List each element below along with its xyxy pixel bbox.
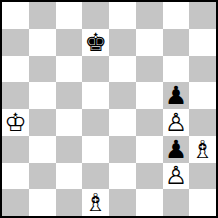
square-g4[interactable]: ♙ [163,109,190,136]
square-d8[interactable] [82,2,109,29]
square-h2[interactable] [189,163,216,190]
square-h8[interactable] [189,2,216,29]
square-a2[interactable] [2,163,29,190]
white-pawn-g2[interactable]: ♙ [165,163,187,188]
square-e1[interactable] [109,189,136,216]
square-e3[interactable] [109,136,136,163]
white-bishop-d1[interactable]: ♗ [84,190,106,215]
square-a1[interactable] [2,189,29,216]
black-pawn-g5[interactable]: ♟ [165,83,187,108]
square-g5[interactable]: ♟ [163,82,190,109]
square-f5[interactable] [136,82,163,109]
square-f1[interactable] [136,189,163,216]
square-c3[interactable] [56,136,83,163]
square-d1[interactable]: ♗ [82,189,109,216]
square-f3[interactable] [136,136,163,163]
square-e2[interactable] [109,163,136,190]
square-d7[interactable]: ♚ [82,29,109,56]
square-d4[interactable] [82,109,109,136]
square-b1[interactable] [29,189,56,216]
square-c1[interactable] [56,189,83,216]
square-g2[interactable]: ♙ [163,163,190,190]
square-d2[interactable] [82,163,109,190]
square-c8[interactable] [56,2,83,29]
square-e6[interactable] [109,56,136,83]
square-b2[interactable] [29,163,56,190]
chess-board: ♚♟♔♙♟♗♙♗ [0,0,218,218]
square-h1[interactable] [189,189,216,216]
square-c5[interactable] [56,82,83,109]
square-f8[interactable] [136,2,163,29]
square-b5[interactable] [29,82,56,109]
square-h7[interactable] [189,29,216,56]
square-g3[interactable]: ♟ [163,136,190,163]
square-f6[interactable] [136,56,163,83]
square-f4[interactable] [136,109,163,136]
square-g6[interactable] [163,56,190,83]
white-bishop-h3[interactable]: ♗ [191,137,213,162]
square-a6[interactable] [2,56,29,83]
square-c7[interactable] [56,29,83,56]
square-b6[interactable] [29,56,56,83]
square-c4[interactable] [56,109,83,136]
square-h4[interactable] [189,109,216,136]
square-a7[interactable] [2,29,29,56]
square-g8[interactable] [163,2,190,29]
square-g7[interactable] [163,29,190,56]
square-g1[interactable] [163,189,190,216]
square-e5[interactable] [109,82,136,109]
black-king-d7[interactable]: ♚ [84,30,106,55]
square-e8[interactable] [109,2,136,29]
square-e4[interactable] [109,109,136,136]
white-pawn-g4[interactable]: ♙ [165,110,187,135]
square-h6[interactable] [189,56,216,83]
square-b3[interactable] [29,136,56,163]
square-h3[interactable]: ♗ [189,136,216,163]
square-c2[interactable] [56,163,83,190]
square-b4[interactable] [29,109,56,136]
square-d3[interactable] [82,136,109,163]
square-f2[interactable] [136,163,163,190]
square-h5[interactable] [189,82,216,109]
square-a8[interactable] [2,2,29,29]
square-b7[interactable] [29,29,56,56]
square-a4[interactable]: ♔ [2,109,29,136]
square-f7[interactable] [136,29,163,56]
white-king-a4[interactable]: ♔ [4,110,26,135]
square-b8[interactable] [29,2,56,29]
square-a5[interactable] [2,82,29,109]
black-pawn-g3[interactable]: ♟ [165,137,187,162]
square-a3[interactable] [2,136,29,163]
square-e7[interactable] [109,29,136,56]
square-d5[interactable] [82,82,109,109]
square-c6[interactable] [56,56,83,83]
square-d6[interactable] [82,56,109,83]
